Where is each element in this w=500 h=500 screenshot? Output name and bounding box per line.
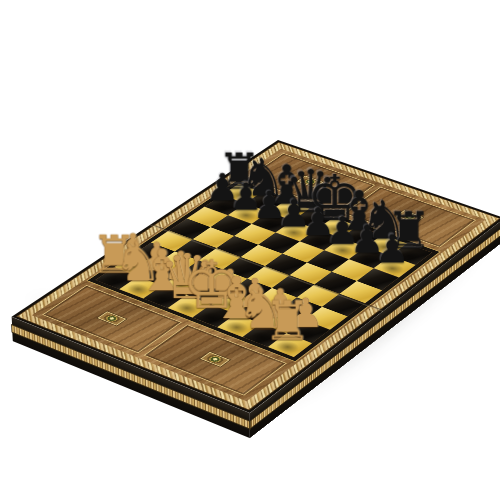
square-h1: ♜: [268, 333, 312, 357]
product-photo-scene: ♜♞♝♛♚♝♞♜♟♟♟♟♟♟♟♟♟♟♟♟♟♟♟♟♜♞♝♛♚♝♞♜: [0, 0, 500, 500]
chess-box: ♜♞♝♛♚♝♞♜♟♟♟♟♟♟♟♟♟♟♟♟♟♟♟♟♜♞♝♛♚♝♞♜: [12, 140, 500, 413]
chess-piece-bP-h7: ♟: [360, 230, 425, 269]
chess-piece-wR-h1: ♜: [254, 293, 322, 347]
star-medallion-icon: [200, 352, 229, 367]
star-medallion-icon: [97, 311, 126, 325]
